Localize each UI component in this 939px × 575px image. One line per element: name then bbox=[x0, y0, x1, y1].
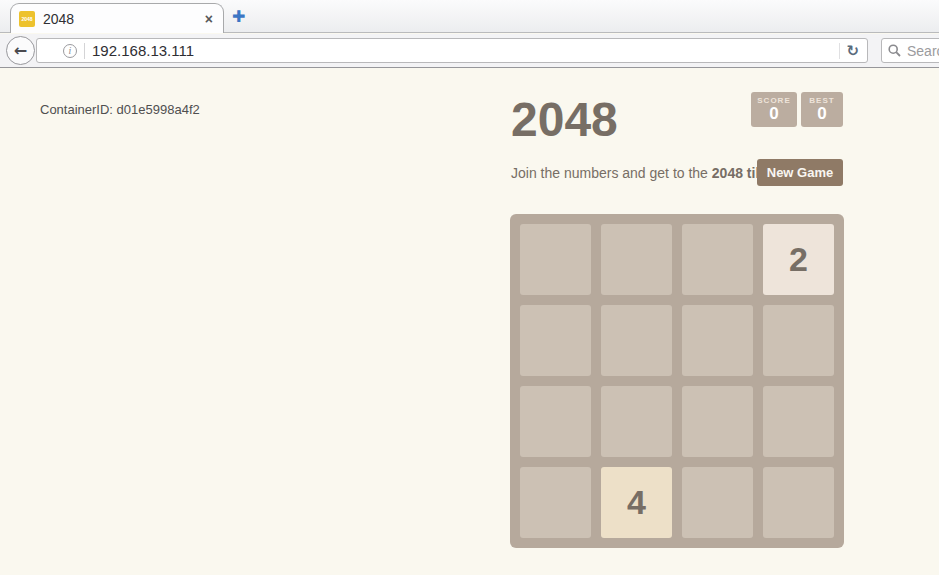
board[interactable]: 24 bbox=[510, 214, 844, 548]
tab-title: 2048 bbox=[43, 11, 203, 27]
search-box[interactable]: Search bbox=[881, 38, 939, 63]
reload-icon[interactable]: ↻ bbox=[846, 42, 859, 60]
tab-close-icon[interactable]: × bbox=[203, 11, 215, 27]
score-value: 0 bbox=[769, 105, 778, 124]
tile-2: 2 bbox=[763, 224, 834, 295]
tab-bar: 2048 2048 × ✚ bbox=[0, 0, 939, 33]
firefox-window: { "game": "2048", "position": { "grid": … bbox=[0, 0, 939, 575]
empty-cell bbox=[520, 224, 591, 295]
empty-cell bbox=[682, 224, 753, 295]
empty-cell bbox=[601, 305, 672, 376]
empty-cell bbox=[763, 467, 834, 538]
empty-cell bbox=[601, 224, 672, 295]
game-title: 2048 bbox=[511, 96, 618, 144]
empty-cell bbox=[520, 386, 591, 457]
empty-cell bbox=[601, 386, 672, 457]
search-placeholder[interactable]: Search bbox=[907, 43, 939, 59]
url-text[interactable]: 192.168.13.111 bbox=[92, 42, 839, 59]
game-subtitle: Join the numbers and get to the 2048 til… bbox=[511, 165, 772, 181]
empty-cell bbox=[520, 467, 591, 538]
score-box: SCORE 0 bbox=[751, 92, 797, 127]
new-game-button[interactable]: New Game bbox=[757, 159, 843, 186]
empty-cell bbox=[682, 305, 753, 376]
empty-cell bbox=[763, 305, 834, 376]
tile-4: 4 bbox=[601, 467, 672, 538]
search-icon bbox=[888, 44, 901, 57]
url-bar[interactable]: i 192.168.13.111 ↻ bbox=[36, 38, 868, 63]
new-tab-icon[interactable]: ✚ bbox=[232, 7, 245, 26]
best-box: BEST 0 bbox=[801, 92, 843, 127]
site-info-icon[interactable]: i bbox=[63, 44, 77, 58]
best-value: 0 bbox=[817, 105, 826, 124]
empty-cell bbox=[763, 386, 834, 457]
back-button[interactable]: ← bbox=[6, 36, 35, 65]
favicon-2048-icon: 2048 bbox=[19, 11, 35, 27]
page-2048: ContainerID: d01e5998a4f2 2048 SCORE 0 B… bbox=[0, 69, 939, 575]
url-divider bbox=[84, 43, 85, 59]
container-id-label: ContainerID: d01e5998a4f2 bbox=[40, 102, 200, 117]
subtitle-text: Join the numbers and get to the bbox=[511, 165, 712, 181]
browser-tab[interactable]: 2048 2048 × bbox=[10, 3, 224, 33]
empty-cell bbox=[682, 467, 753, 538]
empty-cell bbox=[682, 386, 753, 457]
reload-divider bbox=[839, 43, 840, 59]
empty-cell bbox=[520, 305, 591, 376]
